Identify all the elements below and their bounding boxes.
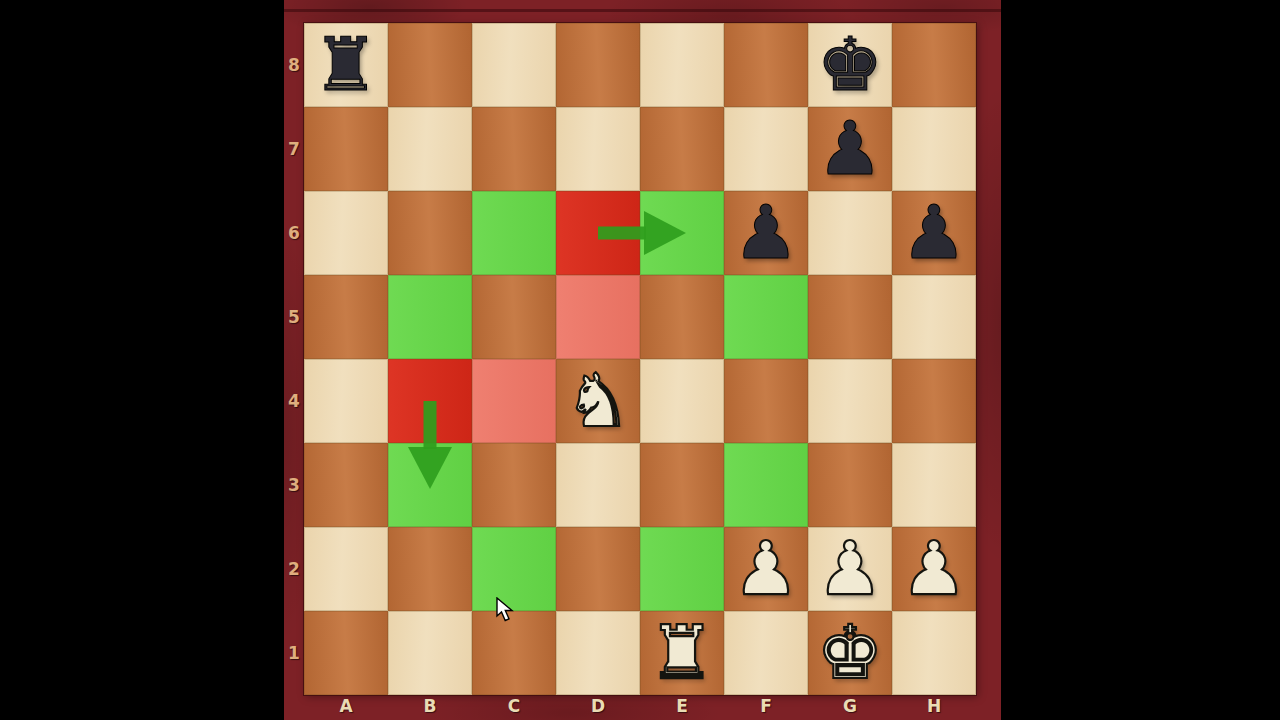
piece-white-king[interactable]: ♚ — [808, 611, 892, 695]
square-d7[interactable] — [556, 107, 640, 191]
square-b1[interactable] — [388, 611, 472, 695]
square-a8[interactable]: ♜ — [304, 23, 388, 107]
square-b5[interactable] — [388, 275, 472, 359]
rank-labels: 87654321 — [284, 23, 304, 695]
square-g6[interactable] — [808, 191, 892, 275]
square-g2[interactable]: ♟ — [808, 527, 892, 611]
square-a4[interactable] — [304, 359, 388, 443]
square-f7[interactable] — [724, 107, 808, 191]
letterbox-left — [0, 0, 284, 720]
square-g1[interactable]: ♚ — [808, 611, 892, 695]
square-h7[interactable] — [892, 107, 976, 191]
square-e3[interactable] — [640, 443, 724, 527]
chess-board-frame: 87654321 ♜♚♟♟♟♞♟♟♟♜♚ ABCDEFGH — [284, 0, 1001, 720]
square-c1[interactable] — [472, 611, 556, 695]
square-c7[interactable] — [472, 107, 556, 191]
square-d5[interactable] — [556, 275, 640, 359]
square-f2[interactable]: ♟ — [724, 527, 808, 611]
file-label-a: A — [304, 695, 388, 720]
square-f4[interactable] — [724, 359, 808, 443]
file-label-b: B — [388, 695, 472, 720]
square-b7[interactable] — [388, 107, 472, 191]
file-label-h: H — [892, 695, 976, 720]
piece-white-pawn[interactable]: ♟ — [892, 527, 976, 611]
square-h1[interactable] — [892, 611, 976, 695]
square-f1[interactable] — [724, 611, 808, 695]
square-h2[interactable]: ♟ — [892, 527, 976, 611]
square-c4[interactable] — [472, 359, 556, 443]
square-d4[interactable]: ♞ — [556, 359, 640, 443]
square-h4[interactable] — [892, 359, 976, 443]
square-g8[interactable]: ♚ — [808, 23, 892, 107]
square-c3[interactable] — [472, 443, 556, 527]
file-label-d: D — [556, 695, 640, 720]
square-f5[interactable] — [724, 275, 808, 359]
rank-label-3: 3 — [284, 443, 304, 527]
piece-black-rook[interactable]: ♜ — [304, 23, 388, 107]
square-e4[interactable] — [640, 359, 724, 443]
square-c6[interactable] — [472, 191, 556, 275]
piece-white-pawn[interactable]: ♟ — [724, 527, 808, 611]
piece-black-pawn[interactable]: ♟ — [808, 107, 892, 191]
square-b6[interactable] — [388, 191, 472, 275]
piece-black-pawn[interactable]: ♟ — [724, 191, 808, 275]
square-f3[interactable] — [724, 443, 808, 527]
rank-label-6: 6 — [284, 191, 304, 275]
square-a2[interactable] — [304, 527, 388, 611]
rank-label-1: 1 — [284, 611, 304, 695]
square-e6[interactable] — [640, 191, 724, 275]
square-h6[interactable]: ♟ — [892, 191, 976, 275]
square-h5[interactable] — [892, 275, 976, 359]
rank-label-8: 8 — [284, 23, 304, 107]
file-label-g: G — [808, 695, 892, 720]
square-a3[interactable] — [304, 443, 388, 527]
square-a1[interactable] — [304, 611, 388, 695]
square-a5[interactable] — [304, 275, 388, 359]
file-label-f: F — [724, 695, 808, 720]
square-g3[interactable] — [808, 443, 892, 527]
square-d3[interactable] — [556, 443, 640, 527]
square-f6[interactable]: ♟ — [724, 191, 808, 275]
piece-black-king[interactable]: ♚ — [808, 23, 892, 107]
square-e1[interactable]: ♜ — [640, 611, 724, 695]
square-b2[interactable] — [388, 527, 472, 611]
square-g4[interactable] — [808, 359, 892, 443]
square-c5[interactable] — [472, 275, 556, 359]
square-d2[interactable] — [556, 527, 640, 611]
square-c2[interactable] — [472, 527, 556, 611]
square-b4[interactable] — [388, 359, 472, 443]
square-d6[interactable] — [556, 191, 640, 275]
file-label-e: E — [640, 695, 724, 720]
rank-label-5: 5 — [284, 275, 304, 359]
rank-label-4: 4 — [284, 359, 304, 443]
square-a6[interactable] — [304, 191, 388, 275]
square-b8[interactable] — [388, 23, 472, 107]
square-b3[interactable] — [388, 443, 472, 527]
square-a7[interactable] — [304, 107, 388, 191]
square-c8[interactable] — [472, 23, 556, 107]
rank-label-2: 2 — [284, 527, 304, 611]
file-label-c: C — [472, 695, 556, 720]
piece-white-knight[interactable]: ♞ — [556, 359, 640, 443]
square-e2[interactable] — [640, 527, 724, 611]
square-g7[interactable]: ♟ — [808, 107, 892, 191]
chess-board[interactable]: ♜♚♟♟♟♞♟♟♟♜♚ — [304, 23, 976, 695]
piece-black-pawn[interactable]: ♟ — [892, 191, 976, 275]
letterbox-right — [1001, 0, 1280, 720]
square-e5[interactable] — [640, 275, 724, 359]
square-g5[interactable] — [808, 275, 892, 359]
square-e8[interactable] — [640, 23, 724, 107]
square-f8[interactable] — [724, 23, 808, 107]
piece-white-rook[interactable]: ♜ — [640, 611, 724, 695]
square-h8[interactable] — [892, 23, 976, 107]
square-d8[interactable] — [556, 23, 640, 107]
piece-white-pawn[interactable]: ♟ — [808, 527, 892, 611]
square-e7[interactable] — [640, 107, 724, 191]
rank-label-7: 7 — [284, 107, 304, 191]
square-h3[interactable] — [892, 443, 976, 527]
square-d1[interactable] — [556, 611, 640, 695]
file-labels: ABCDEFGH — [304, 695, 976, 720]
